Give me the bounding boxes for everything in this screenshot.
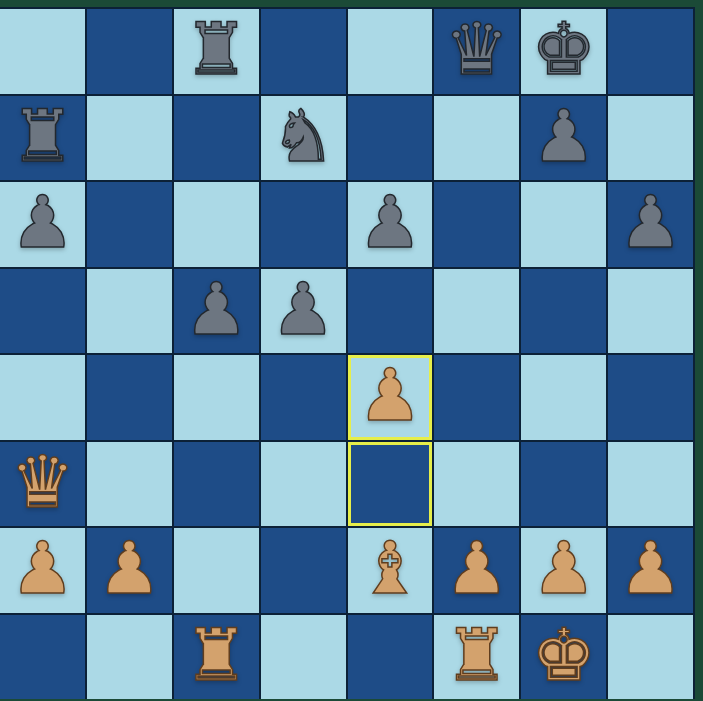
board-frame: ♜♛♚♜♞♟♟♟♟♟♟♟♛♟♟♝♟♟♟♜♜♚: [0, 0, 703, 701]
white-queen-piece[interactable]: ♛: [10, 446, 75, 518]
square-h6[interactable]: ♟: [608, 182, 693, 267]
square-e7[interactable]: [348, 96, 433, 181]
square-d7[interactable]: ♞: [261, 96, 346, 181]
square-f6[interactable]: [434, 182, 519, 267]
square-b5[interactable]: [87, 269, 172, 354]
white-pawn-piece[interactable]: ♟: [531, 532, 596, 604]
square-b1[interactable]: [87, 615, 172, 700]
square-g8[interactable]: ♚: [521, 9, 606, 94]
square-c8[interactable]: ♜: [174, 9, 259, 94]
square-h8[interactable]: [608, 9, 693, 94]
square-c3[interactable]: [174, 442, 259, 527]
square-g5[interactable]: [521, 269, 606, 354]
square-b6[interactable]: [87, 182, 172, 267]
square-a1[interactable]: [0, 615, 85, 700]
black-queen-piece[interactable]: ♛: [445, 13, 510, 85]
square-a6[interactable]: ♟: [0, 182, 85, 267]
square-b4[interactable]: [87, 355, 172, 440]
square-g2[interactable]: ♟: [521, 528, 606, 613]
square-e6[interactable]: ♟: [348, 182, 433, 267]
square-d1[interactable]: [261, 615, 346, 700]
black-pawn-piece[interactable]: ♟: [531, 100, 596, 172]
square-h5[interactable]: [608, 269, 693, 354]
square-h7[interactable]: [608, 96, 693, 181]
square-c4[interactable]: [174, 355, 259, 440]
square-a5[interactable]: [0, 269, 85, 354]
square-g6[interactable]: [521, 182, 606, 267]
square-d6[interactable]: [261, 182, 346, 267]
chess-board: ♜♛♚♜♞♟♟♟♟♟♟♟♛♟♟♝♟♟♟♜♜♚: [0, 7, 695, 699]
white-bishop-piece[interactable]: ♝: [358, 532, 423, 604]
square-h1[interactable]: [608, 615, 693, 700]
square-f1[interactable]: ♜: [434, 615, 519, 700]
white-pawn-piece[interactable]: ♟: [445, 532, 510, 604]
square-c5[interactable]: ♟: [174, 269, 259, 354]
square-d4[interactable]: [261, 355, 346, 440]
white-king-piece[interactable]: ♚: [531, 619, 596, 691]
square-f2[interactable]: ♟: [434, 528, 519, 613]
square-a2[interactable]: ♟: [0, 528, 85, 613]
white-rook-piece[interactable]: ♜: [184, 619, 249, 691]
square-g1[interactable]: ♚: [521, 615, 606, 700]
square-e8[interactable]: [348, 9, 433, 94]
black-pawn-piece[interactable]: ♟: [618, 186, 683, 258]
square-d5[interactable]: ♟: [261, 269, 346, 354]
white-rook-piece[interactable]: ♜: [445, 619, 510, 691]
square-g3[interactable]: [521, 442, 606, 527]
square-f7[interactable]: [434, 96, 519, 181]
black-king-piece[interactable]: ♚: [531, 13, 596, 85]
black-pawn-piece[interactable]: ♟: [358, 186, 423, 258]
square-g4[interactable]: [521, 355, 606, 440]
square-e4[interactable]: ♟: [348, 355, 433, 440]
black-knight-piece[interactable]: ♞: [271, 100, 336, 172]
black-pawn-piece[interactable]: ♟: [10, 186, 75, 258]
square-d8[interactable]: [261, 9, 346, 94]
square-f3[interactable]: [434, 442, 519, 527]
square-b3[interactable]: [87, 442, 172, 527]
square-g7[interactable]: ♟: [521, 96, 606, 181]
square-a8[interactable]: [0, 9, 85, 94]
square-c1[interactable]: ♜: [174, 615, 259, 700]
square-f4[interactable]: [434, 355, 519, 440]
square-b2[interactable]: ♟: [87, 528, 172, 613]
square-b7[interactable]: [87, 96, 172, 181]
black-rook-piece[interactable]: ♜: [184, 13, 249, 85]
square-c6[interactable]: [174, 182, 259, 267]
square-b8[interactable]: [87, 9, 172, 94]
black-pawn-piece[interactable]: ♟: [184, 273, 249, 345]
white-pawn-piece[interactable]: ♟: [358, 359, 423, 431]
square-f5[interactable]: [434, 269, 519, 354]
square-h3[interactable]: [608, 442, 693, 527]
square-d3[interactable]: [261, 442, 346, 527]
black-pawn-piece[interactable]: ♟: [271, 273, 336, 345]
square-h2[interactable]: ♟: [608, 528, 693, 613]
square-c7[interactable]: [174, 96, 259, 181]
square-e3[interactable]: [348, 442, 433, 527]
square-d2[interactable]: [261, 528, 346, 613]
square-a4[interactable]: [0, 355, 85, 440]
white-pawn-piece[interactable]: ♟: [97, 532, 162, 604]
white-pawn-piece[interactable]: ♟: [618, 532, 683, 604]
square-e1[interactable]: [348, 615, 433, 700]
black-rook-piece[interactable]: ♜: [10, 100, 75, 172]
square-e5[interactable]: [348, 269, 433, 354]
square-a7[interactable]: ♜: [0, 96, 85, 181]
square-e2[interactable]: ♝: [348, 528, 433, 613]
square-f8[interactable]: ♛: [434, 9, 519, 94]
square-a3[interactable]: ♛: [0, 442, 85, 527]
square-h4[interactable]: [608, 355, 693, 440]
square-c2[interactable]: [174, 528, 259, 613]
white-pawn-piece[interactable]: ♟: [10, 532, 75, 604]
